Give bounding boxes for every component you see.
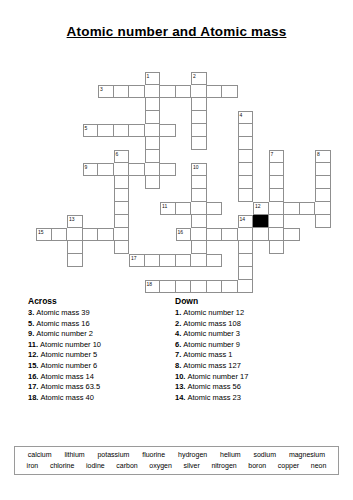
clue-item: 3. Atomic mass 39 — [28, 308, 173, 319]
grid-cell[interactable] — [207, 85, 223, 98]
word-bank-item: fluorine — [142, 451, 165, 459]
grid-cell[interactable] — [98, 228, 114, 241]
grid-cell[interactable] — [191, 215, 207, 228]
grid-cell[interactable] — [191, 85, 207, 98]
grid-cell[interactable] — [207, 202, 223, 215]
word-bank-row-1: calciumlithiumpotassiumfluorinehydrogenh… — [15, 451, 338, 459]
grid-cell[interactable] — [253, 228, 269, 241]
word-bank-item: chlorine — [50, 462, 75, 470]
clue-number: 13 — [69, 216, 75, 222]
grid-cell[interactable] — [191, 98, 207, 111]
grid-cell[interactable] — [238, 163, 254, 176]
clue-number: 12 — [255, 203, 261, 209]
grid-cell[interactable] — [222, 280, 238, 293]
grid-cell[interactable] — [145, 163, 161, 176]
grid-cell[interactable] — [67, 254, 83, 267]
clue-number: 7 — [271, 151, 274, 157]
grid-cell[interactable] — [67, 228, 83, 241]
grid-cell[interactable] — [160, 254, 176, 267]
grid-cell[interactable] — [98, 124, 114, 137]
word-bank-item: nitrogen — [211, 462, 236, 470]
word-bank-item: boron — [248, 462, 266, 470]
down-clues-list: Down 1. Atomic number 122. Atomic mass 1… — [175, 296, 325, 403]
grid-cell[interactable] — [114, 85, 130, 98]
grid-cell[interactable] — [114, 176, 130, 189]
clue-item: 5. Atomic mass 16 — [28, 319, 173, 330]
grid-cell[interactable] — [114, 228, 130, 241]
grid-cell[interactable] — [284, 228, 300, 241]
word-bank-item: silver — [183, 462, 199, 470]
grid-cell[interactable] — [238, 137, 254, 150]
word-bank-item: calcium — [28, 451, 52, 459]
grid-cell[interactable] — [191, 280, 207, 293]
grid-cell[interactable] — [238, 189, 254, 202]
across-header: Across — [28, 296, 173, 307]
grid-cell[interactable] — [83, 228, 99, 241]
clue-item: 15. Atomic number 6 — [28, 361, 173, 372]
word-bank-item: magnesium — [289, 451, 325, 459]
clue-item: 8. Atomic mass 127 — [175, 361, 325, 372]
clue-number: 6 — [116, 151, 119, 157]
grid-cell[interactable] — [191, 228, 207, 241]
grid-cell[interactable] — [238, 280, 254, 293]
grid-cell[interactable] — [129, 163, 145, 176]
grid-cell[interactable] — [269, 176, 285, 189]
clue-number: 11 — [162, 203, 167, 209]
clue-item: 14. Atomic mass 23 — [175, 393, 325, 404]
grid-cell[interactable] — [269, 189, 285, 202]
grid-cell[interactable] — [114, 163, 130, 176]
grid-cell[interactable] — [315, 189, 331, 202]
grid-cell[interactable] — [114, 215, 130, 228]
word-bank-row-2: ironchlorineiodinecarbonoxygensilvernitr… — [15, 462, 338, 470]
grid-cell[interactable]: 9 — [83, 163, 99, 176]
grid-cell[interactable]: 5 — [83, 124, 99, 137]
grid-cell[interactable] — [238, 124, 254, 137]
grid-cell[interactable] — [145, 254, 161, 267]
clue-item: 18. Atomic mass 40 — [28, 393, 173, 404]
clue-item: 6. Atomic number 9 — [175, 340, 325, 351]
clue-number: 5 — [85, 125, 88, 131]
grid-cell[interactable]: 17 — [129, 254, 145, 267]
grid-cell[interactable] — [145, 111, 161, 124]
grid-cell[interactable] — [300, 202, 316, 215]
grid-cell[interactable]: 2 — [191, 72, 207, 85]
grid-cell[interactable] — [176, 254, 192, 267]
grid-cell[interactable] — [269, 228, 285, 241]
grid-cell[interactable] — [269, 215, 285, 228]
grid-cell[interactable] — [238, 150, 254, 163]
grid-cell[interactable] — [284, 202, 300, 215]
grid-cell[interactable] — [160, 280, 176, 293]
grid-cell[interactable]: 8 — [315, 150, 331, 163]
grid-cell[interactable]: 1 — [145, 72, 161, 85]
word-bank-item: hydrogen — [178, 451, 207, 459]
grid-cell[interactable] — [67, 241, 83, 254]
across-clues-list: Across 3. Atomic mass 395. Atomic mass 1… — [28, 296, 173, 403]
grid-cell[interactable] — [129, 124, 145, 137]
grid-cell[interactable]: 15 — [36, 228, 52, 241]
grid-cell[interactable]: 14 — [238, 215, 254, 228]
clue-number: 4 — [240, 112, 243, 118]
word-bank-item: carbon — [116, 462, 137, 470]
grid-cell[interactable] — [114, 124, 130, 137]
grid-cell[interactable] — [145, 137, 161, 150]
word-bank-item: sodium — [253, 451, 276, 459]
grid-cell[interactable] — [269, 163, 285, 176]
word-bank-item: neon — [311, 462, 327, 470]
grid-cell[interactable] — [176, 202, 192, 215]
down-header: Down — [175, 296, 325, 307]
grid-cell[interactable] — [191, 202, 207, 215]
clue-number: 10 — [193, 164, 199, 170]
grid-cell[interactable]: 10 — [191, 163, 207, 176]
grid-cell[interactable] — [191, 124, 207, 137]
word-bank-item: lithium — [64, 451, 84, 459]
grid-cell[interactable] — [191, 111, 207, 124]
word-bank-item: helium — [220, 451, 241, 459]
grid-cell[interactable] — [160, 163, 176, 176]
grid-cell[interactable] — [315, 215, 331, 228]
grid-cell[interactable] — [207, 254, 223, 267]
clue-number: 14 — [240, 216, 246, 222]
clue-number: 1 — [147, 73, 150, 79]
grid-cell[interactable]: 16 — [176, 228, 192, 241]
page-title: Atomic number and Atomic mass — [0, 24, 353, 39]
grid-cell[interactable] — [222, 85, 238, 98]
grid-cell[interactable] — [191, 176, 207, 189]
grid-cell[interactable] — [238, 267, 254, 280]
clue-number: 18 — [147, 281, 153, 287]
grid-cell[interactable] — [191, 137, 207, 150]
grid-cell[interactable] — [114, 241, 130, 254]
grid-cell[interactable] — [315, 202, 331, 215]
clue-number: 15 — [38, 229, 44, 235]
grid-cell[interactable] — [114, 189, 130, 202]
grid-cell[interactable] — [238, 254, 254, 267]
grid-cell[interactable]: 6 — [114, 150, 130, 163]
grid-cell[interactable] — [315, 163, 331, 176]
word-bank-item: iron — [27, 462, 39, 470]
clue-item: 1. Atomic number 12 — [175, 308, 325, 319]
clue-item: 10. Atomic number 17 — [175, 372, 325, 383]
grid-cell[interactable]: 3 — [98, 85, 114, 98]
grid-cell[interactable] — [114, 202, 130, 215]
crossword-grid: 123456789101112131415161718 — [36, 72, 331, 293]
word-bank-item: potassium — [97, 451, 129, 459]
word-bank-item: oxygen — [149, 462, 172, 470]
grid-cell[interactable] — [238, 241, 254, 254]
grid-cell[interactable] — [269, 241, 285, 254]
grid-cell[interactable] — [98, 163, 114, 176]
grid-cell[interactable] — [238, 228, 254, 241]
grid-cell[interactable] — [191, 189, 207, 202]
clue-item: 13. Atomic mass 56 — [175, 382, 325, 393]
grid-cell[interactable] — [238, 176, 254, 189]
clue-number: 8 — [317, 151, 320, 157]
grid-cell[interactable] — [129, 85, 145, 98]
grid-cell[interactable] — [145, 176, 161, 189]
clue-item: 17. Atomic mass 63.5 — [28, 382, 173, 393]
grid-cell[interactable] — [160, 124, 176, 137]
grid-cell[interactable] — [315, 176, 331, 189]
clue-number: 9 — [85, 164, 88, 170]
grid-cell[interactable]: 7 — [269, 150, 285, 163]
word-bank-item: copper — [278, 462, 299, 470]
grid-cell[interactable] — [207, 280, 223, 293]
grid-cell[interactable] — [191, 241, 207, 254]
grid-cell[interactable] — [145, 150, 161, 163]
grid-cell[interactable] — [207, 228, 223, 241]
clue-number: 16 — [178, 229, 184, 235]
grid-cell[interactable] — [145, 85, 161, 98]
clue-number: 2 — [193, 73, 196, 79]
clue-number: 3 — [100, 86, 103, 92]
grid-cell[interactable]: 4 — [238, 111, 254, 124]
grid-cell[interactable] — [222, 228, 238, 241]
grid-cell[interactable] — [145, 124, 161, 137]
clue-item: 7. Atomic mass 1 — [175, 350, 325, 361]
grid-cell[interactable] — [191, 254, 207, 267]
grid-cell[interactable]: 12 — [253, 202, 269, 215]
clue-item: 2. Atomic mass 108 — [175, 319, 325, 330]
clue-item: 9. Atomic number 2 — [28, 329, 173, 340]
clue-number: 17 — [131, 255, 137, 261]
grid-cell[interactable] — [176, 85, 192, 98]
clue-item: 12. Atomic number 5 — [28, 350, 173, 361]
grid-cell[interactable] — [145, 98, 161, 111]
grid-cell[interactable] — [269, 202, 285, 215]
grid-cell[interactable]: 18 — [145, 280, 161, 293]
clue-item: 4. Atomic number 3 — [175, 329, 325, 340]
grid-cell[interactable]: 11 — [160, 202, 176, 215]
clue-item: 16. Atomic mass 14 — [28, 372, 173, 383]
grid-cell[interactable] — [52, 228, 68, 241]
grid-cell[interactable] — [176, 280, 192, 293]
word-bank: calciumlithiumpotassiumfluorinehydrogenh… — [14, 446, 339, 475]
grid-cell[interactable] — [160, 85, 176, 98]
grid-cell[interactable]: 13 — [67, 215, 83, 228]
word-bank-item: iodine — [86, 462, 105, 470]
blocked-cell — [253, 215, 269, 228]
clue-item: 11. Atomic number 10 — [28, 340, 173, 351]
